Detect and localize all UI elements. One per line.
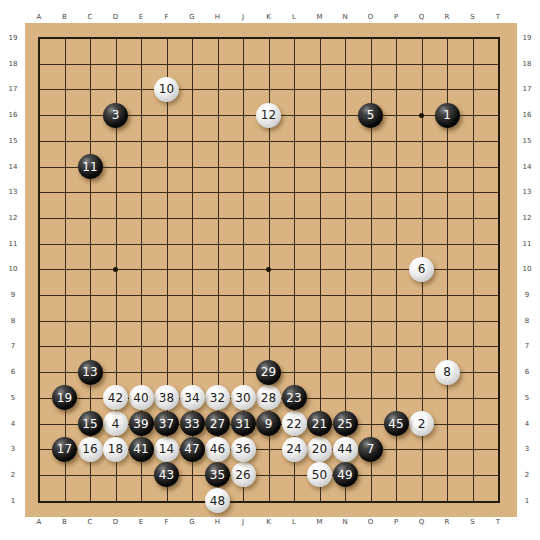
stone-white-C3: 16 (78, 437, 103, 462)
move-number: 16 (82, 443, 97, 455)
coord-label-row-9-left: 9 (11, 291, 15, 299)
move-number: 49 (337, 469, 352, 481)
move-number: 31 (235, 418, 250, 430)
coord-label-col-H-top: H (215, 13, 220, 21)
coord-label-row-10-left: 10 (9, 265, 18, 273)
move-number: 4 (112, 418, 120, 430)
coord-label-row-8-left: 8 (11, 317, 15, 325)
coord-label-row-4-right: 4 (525, 420, 529, 428)
move-number: 39 (133, 418, 148, 430)
coord-label-row-13-right: 13 (523, 188, 532, 196)
move-number: 30 (235, 392, 250, 404)
stone-white-J5: 30 (231, 385, 256, 410)
coord-label-row-17-right: 17 (523, 85, 532, 93)
move-number: 23 (286, 392, 301, 404)
move-number: 21 (312, 418, 327, 430)
stone-black-D16: 3 (103, 103, 128, 128)
coord-label-col-J-top: J (242, 13, 244, 21)
goban[interactable]: 1234567891011121314151617181920212223242… (25, 23, 517, 517)
move-number: 20 (312, 443, 327, 455)
move-number: 43 (159, 469, 174, 481)
coord-label-col-G-bottom: G (189, 518, 194, 526)
coord-label-row-19-right: 19 (523, 34, 532, 42)
coord-label-row-7-right: 7 (525, 342, 529, 350)
coord-label-col-Q-bottom: Q (419, 518, 425, 526)
coord-label-row-13-left: 13 (9, 188, 18, 196)
stone-white-Q4: 2 (409, 411, 434, 436)
coord-label-col-M-top: M (316, 13, 322, 21)
coord-label-row-12-left: 12 (9, 214, 18, 222)
coord-label-row-16-left: 16 (9, 111, 18, 119)
stone-white-H3: 46 (205, 437, 230, 462)
stone-black-L5: 23 (282, 385, 307, 410)
coord-label-col-R-bottom: R (445, 518, 450, 526)
coord-label-row-7-left: 7 (11, 342, 15, 350)
move-number: 32 (210, 392, 225, 404)
stone-black-N2: 49 (333, 462, 358, 487)
coord-label-col-T-bottom: T (496, 518, 500, 526)
coord-label-col-N-top: N (342, 13, 347, 21)
move-number: 22 (286, 418, 301, 430)
stone-white-L4: 22 (282, 411, 307, 436)
stone-black-K4: 9 (256, 411, 281, 436)
move-number: 42 (108, 392, 123, 404)
stone-black-C6: 13 (78, 360, 103, 385)
coord-label-row-4-left: 4 (11, 420, 15, 428)
coord-label-row-14-left: 14 (9, 163, 18, 171)
coord-label-row-1-right: 1 (525, 497, 529, 505)
move-number: 37 (159, 418, 174, 430)
coord-label-row-19-left: 19 (9, 34, 18, 42)
move-number: 10 (159, 83, 174, 95)
stone-white-G5: 34 (180, 385, 205, 410)
stone-black-K6: 29 (256, 360, 281, 385)
move-number: 27 (210, 418, 225, 430)
move-number: 41 (133, 443, 148, 455)
move-number: 15 (82, 418, 97, 430)
move-number: 3 (112, 109, 120, 121)
move-number: 8 (443, 366, 451, 378)
coord-label-row-15-right: 15 (523, 137, 532, 145)
move-number: 34 (184, 392, 199, 404)
star-point-D10 (113, 267, 118, 272)
move-number: 25 (337, 418, 352, 430)
coord-label-col-S-bottom: S (470, 518, 474, 526)
stone-black-H4: 27 (205, 411, 230, 436)
star-point-K10 (266, 267, 271, 272)
stone-white-K16: 12 (256, 103, 281, 128)
coord-label-col-O-top: O (368, 13, 374, 21)
coord-label-col-B-bottom: B (62, 518, 67, 526)
move-number: 17 (57, 443, 72, 455)
coord-label-col-P-bottom: P (394, 518, 398, 526)
stone-white-D3: 18 (103, 437, 128, 462)
move-number: 36 (235, 443, 250, 455)
coord-label-col-O-bottom: O (368, 518, 374, 526)
coord-label-row-18-right: 18 (523, 60, 532, 68)
stone-black-E4: 39 (129, 411, 154, 436)
stone-black-C4: 15 (78, 411, 103, 436)
move-number: 9 (265, 418, 273, 430)
stone-white-E5: 40 (129, 385, 154, 410)
coord-label-row-5-left: 5 (11, 394, 15, 402)
move-number: 24 (286, 443, 301, 455)
stone-white-D4: 4 (103, 411, 128, 436)
move-number: 44 (337, 443, 352, 455)
stone-white-J3: 36 (231, 437, 256, 462)
move-number: 45 (388, 418, 403, 430)
coord-label-col-F-bottom: F (164, 518, 168, 526)
stone-black-P4: 45 (384, 411, 409, 436)
coord-label-col-T-top: T (496, 13, 500, 21)
coord-label-col-B-top: B (62, 13, 67, 21)
coord-label-row-17-left: 17 (9, 85, 18, 93)
move-number: 47 (184, 443, 199, 455)
move-number: 40 (133, 392, 148, 404)
coord-label-col-R-top: R (445, 13, 450, 21)
coord-label-col-J-bottom: J (242, 518, 244, 526)
stone-black-O3: 7 (358, 437, 383, 462)
move-number: 19 (57, 392, 72, 404)
move-number: 28 (261, 392, 276, 404)
stone-white-M3: 20 (307, 437, 332, 462)
stone-black-R16: 1 (435, 103, 460, 128)
coord-label-row-11-right: 11 (523, 240, 532, 248)
stone-white-N3: 44 (333, 437, 358, 462)
coord-label-row-12-right: 12 (523, 214, 532, 222)
move-number: 46 (210, 443, 225, 455)
stone-black-B3: 17 (52, 437, 77, 462)
coord-label-row-15-left: 15 (9, 137, 18, 145)
stone-black-E3: 41 (129, 437, 154, 462)
move-number: 35 (210, 469, 225, 481)
coord-label-col-C-top: C (88, 13, 93, 21)
move-number: 50 (312, 469, 327, 481)
stone-black-N4: 25 (333, 411, 358, 436)
coord-label-col-S-top: S (470, 13, 474, 21)
coord-label-row-2-left: 2 (11, 471, 15, 479)
coord-label-row-6-left: 6 (11, 368, 15, 376)
coord-label-col-D-top: D (113, 13, 118, 21)
coord-label-col-C-bottom: C (88, 518, 93, 526)
coord-label-row-6-right: 6 (525, 368, 529, 376)
coord-label-col-H-bottom: H (215, 518, 220, 526)
stone-white-F3: 14 (154, 437, 179, 462)
coord-label-col-E-bottom: E (139, 518, 143, 526)
stone-white-H1: 48 (205, 488, 230, 513)
stone-white-L3: 24 (282, 437, 307, 462)
coord-label-col-A-bottom: A (37, 518, 42, 526)
coord-label-col-M-bottom: M (316, 518, 322, 526)
coord-label-row-14-right: 14 (523, 163, 532, 171)
coord-label-row-1-left: 1 (11, 497, 15, 505)
move-number: 1 (443, 109, 451, 121)
coord-label-col-P-top: P (394, 13, 398, 21)
move-number: 26 (235, 469, 250, 481)
coord-label-row-8-right: 8 (525, 317, 529, 325)
coord-label-row-9-right: 9 (525, 291, 529, 299)
coord-label-col-K-top: K (266, 13, 271, 21)
coord-label-col-L-top: L (292, 13, 296, 21)
stone-black-F4: 37 (154, 411, 179, 436)
stone-black-C14: 11 (78, 154, 103, 179)
coord-label-row-3-right: 3 (525, 445, 529, 453)
coord-label-row-3-left: 3 (11, 445, 15, 453)
coord-label-col-G-top: G (189, 13, 194, 21)
stone-black-G3: 47 (180, 437, 205, 462)
stone-white-F17: 10 (154, 77, 179, 102)
coord-label-row-18-left: 18 (9, 60, 18, 68)
coord-label-col-D-bottom: D (113, 518, 118, 526)
coord-label-row-2-right: 2 (525, 471, 529, 479)
move-number: 14 (159, 443, 174, 455)
stone-black-M4: 21 (307, 411, 332, 436)
stone-white-J2: 26 (231, 462, 256, 487)
move-number: 11 (82, 161, 97, 173)
coord-label-col-L-bottom: L (292, 518, 296, 526)
coord-label-col-E-top: E (139, 13, 143, 21)
move-number: 13 (82, 366, 97, 378)
stone-black-O16: 5 (358, 103, 383, 128)
star-point-Q16 (419, 113, 424, 118)
go-game-diagram: 1234567891011121314151617181920212223242… (0, 0, 540, 540)
coord-label-col-Q-top: Q (419, 13, 425, 21)
move-number: 7 (367, 443, 375, 455)
coord-label-col-A-top: A (37, 13, 42, 21)
move-number: 18 (108, 443, 123, 455)
move-number: 29 (261, 366, 276, 378)
move-number: 48 (210, 495, 225, 507)
move-number: 12 (261, 109, 276, 121)
move-number: 33 (184, 418, 199, 430)
stone-white-R6: 8 (435, 360, 460, 385)
coord-label-row-10-right: 10 (523, 265, 532, 273)
coord-label-row-16-right: 16 (523, 111, 532, 119)
coord-label-row-11-left: 11 (9, 240, 18, 248)
stone-black-J4: 31 (231, 411, 256, 436)
coord-label-row-5-right: 5 (525, 394, 529, 402)
coord-label-col-N-bottom: N (342, 518, 347, 526)
move-number: 2 (418, 418, 426, 430)
move-number: 38 (159, 392, 174, 404)
coord-label-col-F-top: F (164, 13, 168, 21)
stone-white-Q10: 6 (409, 257, 434, 282)
move-number: 6 (418, 263, 426, 275)
move-number: 5 (367, 109, 375, 121)
stone-black-G4: 33 (180, 411, 205, 436)
coord-label-col-K-bottom: K (266, 518, 271, 526)
